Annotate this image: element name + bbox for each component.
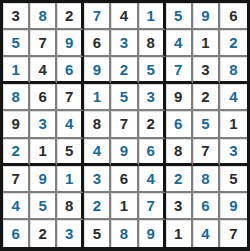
cell-digit: 7 xyxy=(146,198,154,213)
cell-r5c8[interactable]: 5 xyxy=(193,111,220,138)
cell-digit: 9 xyxy=(201,8,209,23)
cell-digit: 5 xyxy=(201,116,209,131)
cell-r4c6[interactable]: 3 xyxy=(139,84,166,111)
cell-digit: 6 xyxy=(38,89,46,104)
cell-digit: 3 xyxy=(229,143,237,158)
cell-r3c3[interactable]: 6 xyxy=(57,57,84,84)
cell-r9c2[interactable]: 2 xyxy=(30,220,57,247)
cell-digit: 1 xyxy=(38,143,46,158)
cell-digit: 9 xyxy=(120,143,128,158)
cell-digit: 2 xyxy=(65,8,73,23)
cell-digit: 7 xyxy=(174,62,182,77)
cell-digit: 9 xyxy=(11,116,19,131)
cell-r3c7[interactable]: 7 xyxy=(166,57,193,84)
cell-r4c8[interactable]: 2 xyxy=(193,84,220,111)
cell-r5c1[interactable]: 9 xyxy=(3,111,30,138)
cell-digit: 4 xyxy=(93,143,101,158)
cell-digit: 3 xyxy=(146,89,154,104)
cell-digit: 9 xyxy=(65,35,73,50)
cell-digit: 7 xyxy=(93,8,101,23)
cell-r2c4[interactable]: 6 xyxy=(84,30,111,57)
cell-r1c3[interactable]: 2 xyxy=(57,3,84,30)
cell-digit: 7 xyxy=(38,35,46,50)
cell-digit: 9 xyxy=(38,171,46,186)
cell-digit: 6 xyxy=(229,8,237,23)
cell-digit: 3 xyxy=(174,198,182,213)
cell-r7c6[interactable]: 4 xyxy=(139,166,166,193)
cell-r4c9[interactable]: 4 xyxy=(220,84,247,111)
cell-r7c3[interactable]: 1 xyxy=(57,166,84,193)
cell-r7c8[interactable]: 8 xyxy=(193,166,220,193)
cell-r4c1[interactable]: 8 xyxy=(3,84,30,111)
cell-r9c6[interactable]: 9 xyxy=(139,220,166,247)
cell-digit: 4 xyxy=(65,116,73,131)
cell-digit: 3 xyxy=(11,8,19,23)
cell-digit: 2 xyxy=(229,35,237,50)
cell-r1c7[interactable]: 5 xyxy=(166,3,193,30)
cell-r1c9[interactable]: 6 xyxy=(220,3,247,30)
cell-r6c5[interactable]: 9 xyxy=(111,139,138,166)
cell-r6c8[interactable]: 7 xyxy=(193,139,220,166)
cell-digit: 4 xyxy=(38,62,46,77)
cell-digit: 7 xyxy=(65,89,73,104)
cell-r9c8[interactable]: 4 xyxy=(193,220,220,247)
cell-digit: 1 xyxy=(201,35,209,50)
cell-r4c7[interactable]: 9 xyxy=(166,84,193,111)
cell-digit: 6 xyxy=(174,116,182,131)
cell-digit: 7 xyxy=(201,143,209,158)
cell-r9c1[interactable]: 6 xyxy=(3,220,30,247)
cell-r5c2[interactable]: 3 xyxy=(30,111,57,138)
cell-digit: 1 xyxy=(93,89,101,104)
cell-digit: 4 xyxy=(174,35,182,50)
cell-digit: 6 xyxy=(93,35,101,50)
cell-r1c4[interactable]: 7 xyxy=(84,3,111,30)
cell-digit: 9 xyxy=(146,226,154,241)
cell-r1c8[interactable]: 9 xyxy=(193,3,220,30)
cell-r4c5[interactable]: 5 xyxy=(111,84,138,111)
cell-r6c7[interactable]: 8 xyxy=(166,139,193,166)
cell-digit: 1 xyxy=(120,198,128,213)
cell-digit: 1 xyxy=(146,8,154,23)
cell-digit: 9 xyxy=(174,89,182,104)
cell-digit: 5 xyxy=(38,198,46,213)
cell-r7c9[interactable]: 5 xyxy=(220,166,247,193)
cell-r1c2[interactable]: 8 xyxy=(30,3,57,30)
cell-digit: 5 xyxy=(146,62,154,77)
sudoku-board: 3827415965796384121469257388671539249348… xyxy=(0,0,250,251)
cell-digit: 2 xyxy=(11,143,19,158)
cell-r3c9[interactable]: 8 xyxy=(220,57,247,84)
cell-digit: 4 xyxy=(229,89,237,104)
cell-digit: 8 xyxy=(146,35,154,50)
cell-r8c3[interactable]: 8 xyxy=(57,193,84,220)
cell-digit: 2 xyxy=(38,226,46,241)
cell-r4c3[interactable]: 7 xyxy=(57,84,84,111)
cell-r4c4[interactable]: 1 xyxy=(84,84,111,111)
cell-r1c1[interactable]: 3 xyxy=(3,3,30,30)
cell-digit: 3 xyxy=(93,171,101,186)
cell-digit: 6 xyxy=(65,62,73,77)
cell-digit: 9 xyxy=(93,62,101,77)
cell-r7c1[interactable]: 7 xyxy=(3,166,30,193)
cell-r6c3[interactable]: 5 xyxy=(57,139,84,166)
cell-r9c4[interactable]: 5 xyxy=(84,220,111,247)
cell-r8c8[interactable]: 6 xyxy=(193,193,220,220)
cell-digit: 3 xyxy=(38,116,46,131)
cell-r3c8[interactable]: 3 xyxy=(193,57,220,84)
cell-digit: 6 xyxy=(146,143,154,158)
cell-digit: 8 xyxy=(201,171,209,186)
cell-digit: 8 xyxy=(38,8,46,23)
cell-digit: 4 xyxy=(201,226,209,241)
cell-r2c1[interactable]: 5 xyxy=(3,30,30,57)
cell-digit: 4 xyxy=(146,171,154,186)
cell-digit: 7 xyxy=(229,226,237,241)
cell-r9c3[interactable]: 3 xyxy=(57,220,84,247)
cell-r2c3[interactable]: 9 xyxy=(57,30,84,57)
cell-r2c5[interactable]: 3 xyxy=(111,30,138,57)
cell-digit: 3 xyxy=(201,62,209,77)
cell-digit: 3 xyxy=(65,226,73,241)
cell-digit: 5 xyxy=(65,143,73,158)
cell-r2c6[interactable]: 8 xyxy=(139,30,166,57)
cell-digit: 7 xyxy=(11,171,19,186)
cell-digit: 6 xyxy=(11,226,19,241)
cell-r2c8[interactable]: 1 xyxy=(193,30,220,57)
cell-digit: 2 xyxy=(146,116,154,131)
cell-r8c9[interactable]: 9 xyxy=(220,193,247,220)
cell-digit: 2 xyxy=(93,198,101,213)
cell-r1c6[interactable]: 1 xyxy=(139,3,166,30)
cell-digit: 7 xyxy=(120,116,128,131)
cell-r5c7[interactable]: 6 xyxy=(166,111,193,138)
cell-digit: 2 xyxy=(174,171,182,186)
cell-r6c2[interactable]: 1 xyxy=(30,139,57,166)
cell-r2c7[interactable]: 4 xyxy=(166,30,193,57)
cell-digit: 8 xyxy=(11,89,19,104)
cell-digit: 1 xyxy=(174,226,182,241)
cell-digit: 8 xyxy=(120,226,128,241)
cell-digit: 5 xyxy=(229,171,237,186)
cell-r5c9[interactable]: 1 xyxy=(220,111,247,138)
cell-r2c2[interactable]: 7 xyxy=(30,30,57,57)
cell-r6c9[interactable]: 3 xyxy=(220,139,247,166)
cell-digit: 1 xyxy=(11,62,19,77)
cell-digit: 9 xyxy=(229,198,237,213)
cell-r6c6[interactable]: 6 xyxy=(139,139,166,166)
cell-digit: 8 xyxy=(93,116,101,131)
cell-digit: 1 xyxy=(229,116,237,131)
cell-r9c7[interactable]: 1 xyxy=(166,220,193,247)
cell-r6c1[interactable]: 2 xyxy=(3,139,30,166)
cell-r3c6[interactable]: 5 xyxy=(139,57,166,84)
cell-r5c6[interactable]: 2 xyxy=(139,111,166,138)
cell-r8c7[interactable]: 3 xyxy=(166,193,193,220)
cell-digit: 8 xyxy=(65,198,73,213)
cell-r2c9[interactable]: 2 xyxy=(220,30,247,57)
cell-r6c4[interactable]: 4 xyxy=(84,139,111,166)
cell-r4c2[interactable]: 6 xyxy=(30,84,57,111)
cell-r8c4[interactable]: 2 xyxy=(84,193,111,220)
cell-r7c4[interactable]: 3 xyxy=(84,166,111,193)
cell-r1c5[interactable]: 4 xyxy=(111,3,138,30)
cell-r5c4[interactable]: 8 xyxy=(84,111,111,138)
cell-digit: 2 xyxy=(120,62,128,77)
cell-r9c9[interactable]: 7 xyxy=(220,220,247,247)
cell-r3c1[interactable]: 1 xyxy=(3,57,30,84)
cell-r8c1[interactable]: 4 xyxy=(3,193,30,220)
cell-digit: 5 xyxy=(174,8,182,23)
cell-digit: 8 xyxy=(229,62,237,77)
cell-digit: 5 xyxy=(11,35,19,50)
cell-digit: 4 xyxy=(120,8,128,23)
cell-digit: 2 xyxy=(201,89,209,104)
cell-digit: 8 xyxy=(174,143,182,158)
cell-r9c5[interactable]: 8 xyxy=(111,220,138,247)
cell-r3c5[interactable]: 2 xyxy=(111,57,138,84)
cell-r5c5[interactable]: 7 xyxy=(111,111,138,138)
cell-digit: 6 xyxy=(120,171,128,186)
cell-r7c5[interactable]: 6 xyxy=(111,166,138,193)
cell-r5c3[interactable]: 4 xyxy=(57,111,84,138)
cell-digit: 5 xyxy=(93,226,101,241)
cell-digit: 5 xyxy=(120,89,128,104)
cell-r7c7[interactable]: 2 xyxy=(166,166,193,193)
cell-digit: 4 xyxy=(11,198,19,213)
cell-digit: 6 xyxy=(201,198,209,213)
cell-r3c4[interactable]: 9 xyxy=(84,57,111,84)
cell-r3c2[interactable]: 4 xyxy=(30,57,57,84)
cell-digit: 1 xyxy=(65,171,73,186)
cell-digit: 3 xyxy=(120,35,128,50)
cell-r8c2[interactable]: 5 xyxy=(30,193,57,220)
cell-r7c2[interactable]: 9 xyxy=(30,166,57,193)
cell-r8c5[interactable]: 1 xyxy=(111,193,138,220)
cell-r8c6[interactable]: 7 xyxy=(139,193,166,220)
